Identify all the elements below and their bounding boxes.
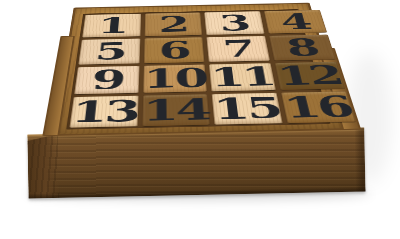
puzzle-grid: 12345678910111213141516 [66,9,330,129]
tray-right-face [354,128,365,192]
tile-number: 14 [142,95,210,125]
tray-top-surface: 12345678910111213141516 [52,3,348,136]
tile-7[interactable]: 7 [207,36,270,62]
board-perspective-wrap: 12345678910111213141516 [46,0,348,136]
tile-16[interactable]: 16 [281,91,355,123]
tile-number: 8 [284,35,320,59]
tile-number: 13 [70,97,139,127]
tile-number: 11 [209,64,275,91]
tile-13[interactable]: 13 [69,96,138,128]
tray-front-face [27,128,365,199]
tray-left-face [27,134,59,199]
tile-number: 7 [221,37,254,61]
tile-number: 2 [159,13,188,35]
tile-number: 15 [212,94,282,124]
tile-number: 1 [97,15,127,37]
tile-14[interactable]: 14 [142,94,210,126]
tile-12[interactable]: 12 [275,61,345,90]
tile-number: 12 [275,62,344,89]
tile-2[interactable]: 2 [144,12,202,36]
tile-6[interactable]: 6 [144,37,205,63]
board-3d: 12345678910111213141516 [52,3,348,136]
tile-number: 5 [94,39,126,63]
tile-number: 3 [218,12,249,34]
tile-number: 16 [281,92,355,122]
tile-8[interactable]: 8 [269,34,335,60]
tile-1[interactable]: 1 [82,14,141,38]
tile-10[interactable]: 10 [143,64,207,93]
tile-11[interactable]: 11 [209,63,276,92]
tile-number: 6 [159,38,189,62]
tile-4[interactable]: 4 [264,10,327,34]
product-photo-stage: 12345678910111213141516 [0,0,400,239]
tile-number: 4 [278,11,312,33]
tile-9[interactable]: 9 [74,66,139,95]
tile-number: 9 [90,67,124,94]
tile-number: 10 [143,65,207,92]
puzzle-scene: 12345678910111213141516 [0,0,400,239]
tile-15[interactable]: 15 [212,93,283,125]
tile-5[interactable]: 5 [78,38,140,64]
tile-3[interactable]: 3 [204,11,264,35]
